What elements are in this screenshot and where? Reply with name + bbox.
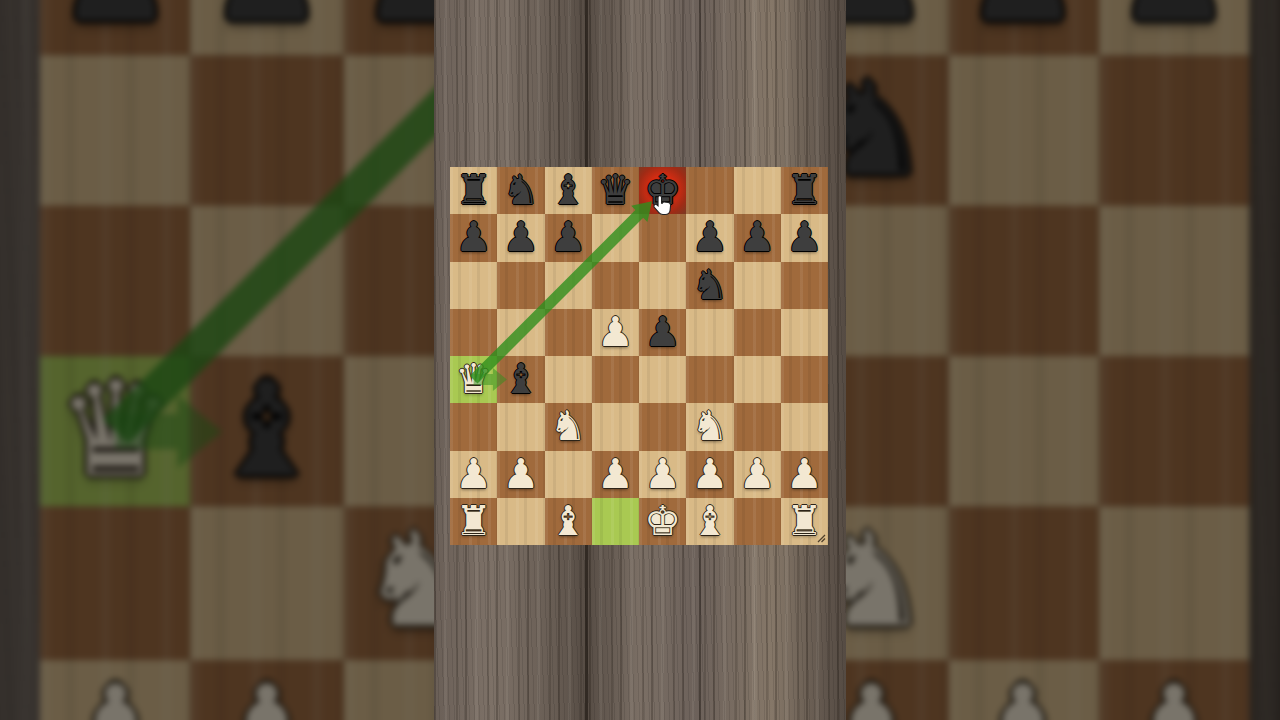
piece-white-pawn[interactable]: ♟: [639, 451, 686, 498]
square-h5[interactable]: [1098, 205, 1249, 356]
square-c2[interactable]: [545, 451, 592, 498]
square-e1[interactable]: ♚: [639, 498, 686, 545]
square-a3[interactable]: [450, 403, 497, 450]
piece-black-knight[interactable]: ♞: [497, 167, 544, 214]
square-g6[interactable]: [734, 262, 781, 309]
square-a4[interactable]: ♛: [450, 356, 497, 403]
square-h3[interactable]: [781, 403, 828, 450]
piece-black-pawn[interactable]: ♟: [497, 214, 544, 261]
square-h2[interactable]: ♟: [1098, 659, 1249, 720]
square-c6[interactable]: [545, 262, 592, 309]
square-e3[interactable]: [639, 403, 686, 450]
square-h4[interactable]: [1098, 356, 1249, 507]
square-g5[interactable]: [734, 309, 781, 356]
piece-black-pawn[interactable]: ♟: [545, 214, 592, 261]
square-e2[interactable]: ♟: [639, 451, 686, 498]
square-g7[interactable]: ♟: [947, 0, 1098, 54]
piece-white-pawn[interactable]: ♟: [734, 451, 781, 498]
square-d5[interactable]: ♟: [592, 309, 639, 356]
square-f8[interactable]: [686, 167, 733, 214]
square-h6[interactable]: [1098, 54, 1249, 205]
square-b6[interactable]: [497, 262, 544, 309]
square-f5[interactable]: [686, 309, 733, 356]
square-h8[interactable]: ♜: [781, 167, 828, 214]
square-g4[interactable]: [734, 356, 781, 403]
piece-white-knight[interactable]: ♞: [686, 403, 733, 450]
video-frame: ♜♞♝♛♚♜♟♟♟♟♟♟♞♟♟♛♝♞♞♟♟♟♟♟♟♟♜♝♚♝♜ ♜♞♝♛♚♜♟♟…: [0, 0, 1280, 720]
square-d4[interactable]: [592, 356, 639, 403]
square-g1[interactable]: [734, 498, 781, 545]
square-e4[interactable]: [639, 356, 686, 403]
square-g3[interactable]: [947, 507, 1098, 658]
square-g7[interactable]: ♟: [734, 214, 781, 261]
piece-white-pawn[interactable]: ♟: [592, 451, 639, 498]
piece-white-pawn[interactable]: ♟: [40, 659, 191, 720]
piece-black-pawn[interactable]: ♟: [450, 214, 497, 261]
square-g3[interactable]: [734, 403, 781, 450]
square-d3[interactable]: [592, 403, 639, 450]
square-h4[interactable]: [781, 356, 828, 403]
square-a5[interactable]: [40, 205, 191, 356]
square-e7[interactable]: [639, 214, 686, 261]
piece-black-king[interactable]: ♚: [639, 167, 686, 214]
square-b4[interactable]: ♝: [191, 356, 342, 507]
square-c5[interactable]: [545, 309, 592, 356]
piece-white-pawn[interactable]: ♟: [592, 309, 639, 356]
chess-board[interactable]: ♜♞♝♛♚♜♟♟♟♟♟♟♞♟♟♛♝♞♞♟♟♟♟♟♟♟♜♝♚♝♜: [450, 167, 828, 545]
piece-black-queen[interactable]: ♛: [592, 167, 639, 214]
piece-black-pawn[interactable]: ♟: [639, 309, 686, 356]
square-c7[interactable]: ♟: [545, 214, 592, 261]
piece-black-bishop[interactable]: ♝: [191, 356, 342, 507]
square-c3[interactable]: ♞: [545, 403, 592, 450]
square-f3[interactable]: ♞: [686, 403, 733, 450]
piece-white-queen[interactable]: ♛: [450, 356, 497, 403]
square-a7[interactable]: ♟: [450, 214, 497, 261]
piece-black-pawn[interactable]: ♟: [734, 214, 781, 261]
foreground-scene: ♜♞♝♛♚♜♟♟♟♟♟♟♞♟♟♛♝♞♞♟♟♟♟♟♟♟♜♝♚♝♜: [434, 0, 846, 720]
piece-black-pawn[interactable]: ♟: [781, 214, 828, 261]
square-g5[interactable]: [947, 205, 1098, 356]
piece-black-pawn[interactable]: ♟: [40, 0, 191, 54]
square-f4[interactable]: [686, 356, 733, 403]
square-a4[interactable]: ♛: [40, 356, 191, 507]
square-b6[interactable]: [191, 54, 342, 205]
square-g2[interactable]: ♟: [734, 451, 781, 498]
square-f1[interactable]: ♝: [686, 498, 733, 545]
piece-black-rook[interactable]: ♜: [450, 167, 497, 214]
square-a5[interactable]: [450, 309, 497, 356]
square-g8[interactable]: [734, 167, 781, 214]
piece-white-bishop[interactable]: ♝: [686, 498, 733, 545]
square-e8[interactable]: ♚: [639, 167, 686, 214]
square-c4[interactable]: [545, 356, 592, 403]
piece-black-knight[interactable]: ♞: [686, 262, 733, 309]
square-b3[interactable]: [191, 507, 342, 658]
piece-white-pawn[interactable]: ♟: [1098, 659, 1249, 720]
square-b4[interactable]: ♝: [497, 356, 544, 403]
square-a7[interactable]: ♟: [40, 0, 191, 54]
square-b1[interactable]: [497, 498, 544, 545]
square-a3[interactable]: [40, 507, 191, 658]
square-a2[interactable]: ♟: [450, 451, 497, 498]
square-a1[interactable]: ♜: [450, 498, 497, 545]
square-d2[interactable]: ♟: [592, 451, 639, 498]
piece-white-queen[interactable]: ♛: [40, 356, 191, 507]
piece-white-pawn[interactable]: ♟: [947, 659, 1098, 720]
piece-black-pawn[interactable]: ♟: [1098, 0, 1249, 54]
square-b8[interactable]: ♞: [497, 167, 544, 214]
square-b2[interactable]: ♟: [497, 451, 544, 498]
square-d1[interactable]: [592, 498, 639, 545]
square-g2[interactable]: ♟: [947, 659, 1098, 720]
piece-white-pawn[interactable]: ♟: [686, 451, 733, 498]
piece-white-pawn[interactable]: ♟: [781, 451, 828, 498]
piece-white-king[interactable]: ♚: [639, 498, 686, 545]
square-a8[interactable]: ♜: [450, 167, 497, 214]
square-d6[interactable]: [592, 262, 639, 309]
piece-black-pawn[interactable]: ♟: [191, 0, 342, 54]
square-g4[interactable]: [947, 356, 1098, 507]
piece-black-pawn[interactable]: ♟: [947, 0, 1098, 54]
piece-black-pawn[interactable]: ♟: [686, 214, 733, 261]
board-resize-handle[interactable]: [816, 533, 826, 543]
square-c8[interactable]: ♝: [545, 167, 592, 214]
square-a6[interactable]: [450, 262, 497, 309]
center-video-strip: ♜♞♝♛♚♜♟♟♟♟♟♟♞♟♟♛♝♞♞♟♟♟♟♟♟♟♜♝♚♝♜: [434, 0, 846, 720]
square-a6[interactable]: [40, 54, 191, 205]
piece-black-rook[interactable]: ♜: [781, 167, 828, 214]
square-h6[interactable]: [781, 262, 828, 309]
square-h5[interactable]: [781, 309, 828, 356]
piece-black-bishop[interactable]: ♝: [497, 356, 544, 403]
square-h7[interactable]: ♟: [781, 214, 828, 261]
square-f6[interactable]: ♞: [686, 262, 733, 309]
piece-white-pawn[interactable]: ♟: [191, 659, 342, 720]
piece-white-pawn[interactable]: ♟: [497, 451, 544, 498]
square-a2[interactable]: ♟: [40, 659, 191, 720]
piece-black-bishop[interactable]: ♝: [545, 167, 592, 214]
piece-white-knight[interactable]: ♞: [545, 403, 592, 450]
square-b5[interactable]: [497, 309, 544, 356]
piece-white-rook[interactable]: ♜: [450, 498, 497, 545]
square-e5[interactable]: ♟: [639, 309, 686, 356]
square-b3[interactable]: [497, 403, 544, 450]
piece-white-bishop[interactable]: ♝: [545, 498, 592, 545]
square-f7[interactable]: ♟: [686, 214, 733, 261]
square-g6[interactable]: [947, 54, 1098, 205]
piece-white-pawn[interactable]: ♟: [450, 451, 497, 498]
square-b7[interactable]: ♟: [497, 214, 544, 261]
square-b5[interactable]: [191, 205, 342, 356]
square-e6[interactable]: [639, 262, 686, 309]
square-d8[interactable]: ♛: [592, 167, 639, 214]
square-b2[interactable]: ♟: [191, 659, 342, 720]
square-d7[interactable]: [592, 214, 639, 261]
square-h3[interactable]: [1098, 507, 1249, 658]
square-h7[interactable]: ♟: [1098, 0, 1249, 54]
square-h2[interactable]: ♟: [781, 451, 828, 498]
square-f2[interactable]: ♟: [686, 451, 733, 498]
square-c1[interactable]: ♝: [545, 498, 592, 545]
square-b7[interactable]: ♟: [191, 0, 342, 54]
